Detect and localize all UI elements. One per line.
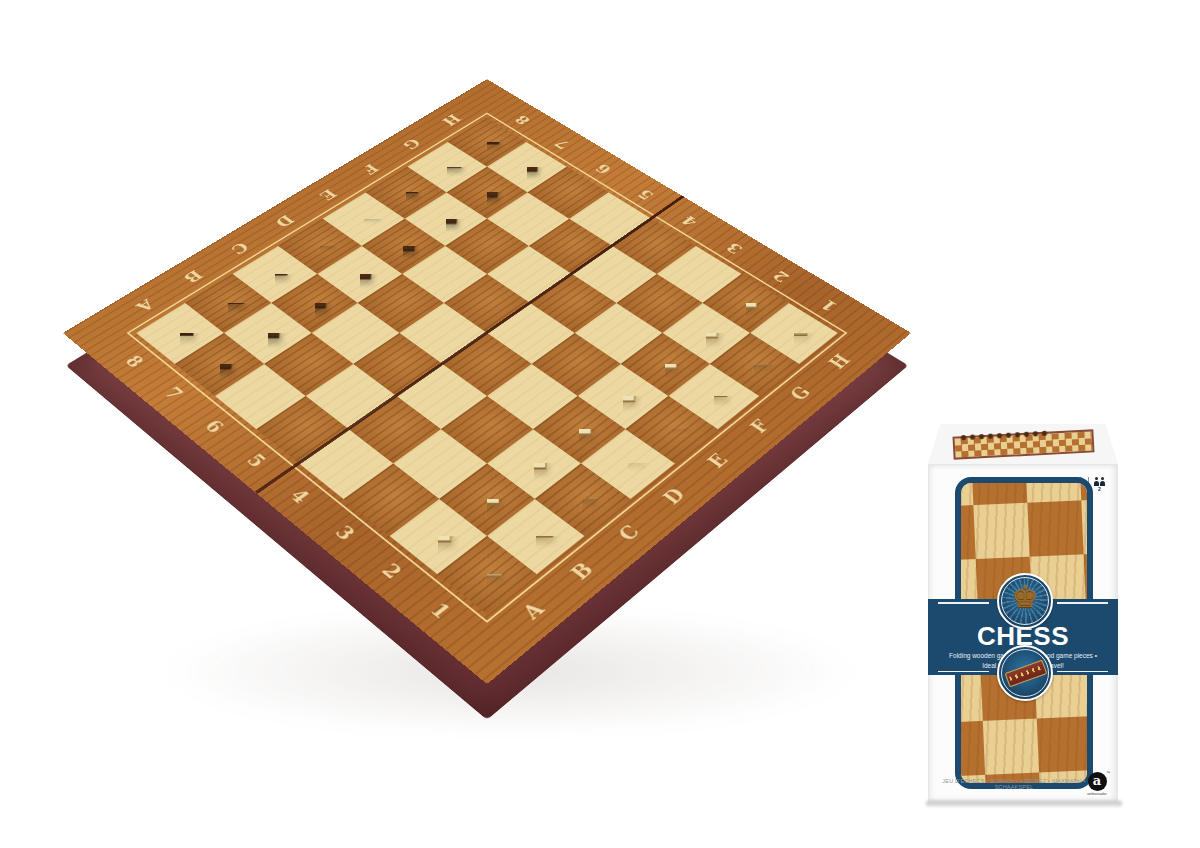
- box-top-face: [928, 424, 1118, 464]
- coord-label-rank-1-H: H: [824, 351, 855, 373]
- person-icon: [1100, 477, 1105, 486]
- black-pawn-b7: ♟: [251, 275, 285, 349]
- coord-label-h-file-4: 4: [677, 213, 702, 229]
- product-photo: ♜♟♟♜♞♟♟♞♝♟♟♝♚♟♟♚♛♟♟♛♝♟♟♝♞♟♟♞♜♟♟♜ 8765432…: [0, 0, 1200, 848]
- players-icon: [1094, 477, 1105, 486]
- board-grid: ♜♟♟♜♞♟♟♞♝♟♟♝♚♟♟♚♛♟♟♛♝♟♟♝♞♟♟♞♜♟♟♜: [136, 118, 837, 614]
- players-count: 2: [1098, 487, 1101, 492]
- white-bishop-c1: ♝: [557, 402, 609, 517]
- coord-label-h-file-7: 7: [551, 137, 575, 152]
- coord-label-a-file-1: 1: [425, 598, 456, 623]
- coord-label-rank-8-A: A: [132, 296, 159, 315]
- chess-board: ♜♟♟♜♞♟♟♞♝♟♟♝♚♟♟♚♛♟♟♛♝♟♟♝♞♟♟♞♜♟♟♜ 8765432…: [63, 79, 912, 684]
- coord-label-rank-1-C: C: [613, 521, 645, 545]
- players-badge: 2: [1094, 477, 1105, 492]
- black-pawn-a7: ♟: [202, 305, 236, 380]
- coord-label-rank-1-E: E: [703, 450, 733, 472]
- folded-set-emblem: [997, 645, 1053, 701]
- box-front-face: AGES 6+ 2: [928, 464, 1118, 802]
- coord-label-a-file-3: 3: [330, 522, 360, 545]
- square-e6: [402, 246, 487, 303]
- white-pawn-a2: ♟: [420, 472, 457, 554]
- person-icon: [1094, 477, 1099, 486]
- box-bottom-row: JEU D'ÉCHECS • SCHACH • AJEDREZ • ШАХМАТ…: [941, 773, 1107, 795]
- white-knight-b1: ♞: [509, 437, 562, 554]
- coord-label-h-file-5: 5: [634, 187, 658, 203]
- rule-line: [938, 671, 989, 673]
- band-bottom-rules: [938, 671, 1108, 673]
- coord-label-rank-1-G: G: [785, 383, 816, 405]
- folded-case-icon: [1005, 660, 1048, 688]
- coord-label-a-file-4: 4: [285, 485, 315, 507]
- coord-label-a-file-7: 7: [159, 383, 188, 403]
- coord-label-h-file-6: 6: [591, 161, 615, 176]
- rule-line: [1057, 671, 1108, 673]
- coord-label-h-file-1: 1: [816, 296, 842, 314]
- case-studs: [1009, 665, 1042, 680]
- black-pawn-g7: ♟: [472, 139, 503, 207]
- coord-label-a-file-6: 6: [200, 416, 229, 437]
- rule-line: [938, 602, 989, 604]
- sunburst: [1002, 578, 1048, 624]
- box-top-pieces: [960, 429, 1050, 441]
- square-b7: ♟: [224, 303, 312, 364]
- coord-label-a-file-8: 8: [120, 352, 148, 371]
- title-band: ♚ CHESS Folding wooden game board • Wood…: [928, 599, 1118, 675]
- king-emblem: ♚: [997, 573, 1053, 629]
- black-pawn-e7: ♟: [387, 191, 419, 261]
- coord-label-rank-1-F: F: [745, 416, 774, 437]
- box-top-board-photo: [952, 429, 1094, 460]
- square-a6: [215, 364, 306, 429]
- coord-label-rank-1-B: B: [566, 558, 599, 584]
- black-pawn-c7: ♟: [298, 246, 331, 319]
- king-piece-icon: ♚: [999, 582, 1051, 612]
- brand-name: ambassador: [1087, 792, 1106, 796]
- square-f5: [487, 246, 572, 303]
- multilingual-text: JEU D'ÉCHECS • SCHACH • AJEDREZ • ШАХМАТ…: [941, 778, 1087, 790]
- brand-logo: a ™ ambassador: [1087, 772, 1107, 796]
- coord-label-rank-1-A: A: [517, 598, 549, 624]
- black-pawn-d7: ♟: [343, 218, 375, 289]
- black-pawn-f7: ♟: [430, 165, 461, 234]
- rule-line: [1057, 602, 1108, 604]
- coord-label-rank-1-D: D: [658, 484, 690, 508]
- box-shadow: [926, 801, 1122, 807]
- white-rook-a1: ♜: [464, 489, 511, 592]
- coord-label-a-file-2: 2: [377, 559, 408, 583]
- trademark-symbol: ™: [1106, 770, 1110, 775]
- retail-box: AGES 6+ 2: [928, 424, 1118, 802]
- coord-label-a-file-5: 5: [242, 450, 271, 471]
- brand-initial: a: [1088, 772, 1107, 791]
